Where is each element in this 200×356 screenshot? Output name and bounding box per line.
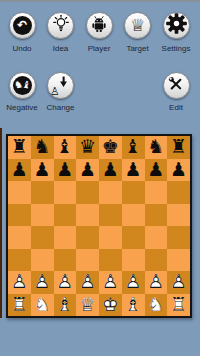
square-d7[interactable]: ♟ (76, 159, 99, 182)
piece-white-pawn: ♟♙ (76, 271, 99, 294)
square-c7[interactable]: ♟ (54, 159, 77, 182)
square-e2[interactable]: ♟♙ (99, 271, 122, 294)
undo-button[interactable]: ↶ (9, 12, 36, 39)
piece-white-knight: ♞♘ (31, 294, 54, 317)
square-c3[interactable] (54, 249, 77, 272)
square-e8[interactable]: ♚ (99, 136, 122, 159)
piece-white-queen: ♛♕ (76, 294, 99, 317)
piece-white-rook: ♜♖ (8, 294, 31, 317)
square-a4[interactable] (8, 226, 31, 249)
player-icon (90, 15, 108, 37)
change-icon: ♙ (50, 75, 71, 96)
piece-white-rook: ♜♖ (167, 294, 190, 317)
piece-black-king: ♚ (99, 136, 122, 159)
square-f3[interactable] (122, 249, 145, 272)
square-e5[interactable] (99, 204, 122, 227)
square-h3[interactable] (167, 249, 190, 272)
square-f5[interactable] (122, 204, 145, 227)
piece-black-pawn: ♟ (31, 159, 54, 182)
piece-black-pawn: ♟ (122, 159, 145, 182)
square-h4[interactable] (167, 226, 190, 249)
square-a5[interactable] (8, 204, 31, 227)
piece-black-bishop: ♝ (54, 136, 77, 159)
square-c1[interactable]: ♝♗ (54, 294, 77, 317)
piece-black-bishop: ♝ (122, 136, 145, 159)
settings-icon (165, 12, 188, 39)
square-g7[interactable]: ♟ (145, 159, 168, 182)
square-b1[interactable]: ♞♘ (31, 294, 54, 317)
settings-button[interactable] (163, 12, 190, 39)
piece-black-knight: ♞ (145, 136, 168, 159)
square-f2[interactable]: ♟♙ (122, 271, 145, 294)
piece-black-rook: ♜ (167, 136, 190, 159)
player-label: Player (88, 44, 111, 53)
square-e6[interactable] (99, 181, 122, 204)
square-c4[interactable] (54, 226, 77, 249)
piece-white-pawn: ♟♙ (167, 271, 190, 294)
undo-label: Undo (12, 44, 31, 53)
piece-white-bishop: ♝♗ (122, 294, 145, 317)
square-c8[interactable]: ♝ (54, 136, 77, 159)
idea-icon (51, 14, 71, 38)
chess-board-frame: ♜♞♝♛♚♝♞♜♟♟♟♟♟♟♟♟♟♙♟♙♟♙♟♙♟♙♟♙♟♙♟♙♜♖♞♘♝♗♛♕… (6, 134, 192, 318)
piece-white-king: ♚♔ (99, 294, 122, 317)
square-h1[interactable]: ♜♖ (167, 294, 190, 317)
square-d6[interactable] (76, 181, 99, 204)
piece-black-pawn: ♟ (8, 159, 31, 182)
negative-button[interactable]: ♞♝ (9, 72, 36, 99)
square-b4[interactable] (31, 226, 54, 249)
square-g6[interactable] (145, 181, 168, 204)
square-f8[interactable]: ♝ (122, 136, 145, 159)
square-b2[interactable]: ♟♙ (31, 271, 54, 294)
edit-button[interactable] (163, 72, 190, 99)
square-g1[interactable]: ♞♘ (145, 294, 168, 317)
square-c6[interactable] (54, 181, 77, 204)
settings-label: Settings (162, 44, 191, 53)
square-b6[interactable] (31, 181, 54, 204)
piece-white-pawn: ♟♙ (8, 271, 31, 294)
piece-white-bishop: ♝♗ (54, 294, 77, 317)
piece-white-pawn: ♟♙ (99, 271, 122, 294)
square-f1[interactable]: ♝♗ (122, 294, 145, 317)
negative-label: Negative (6, 103, 38, 112)
player-button[interactable] (86, 12, 113, 39)
square-d2[interactable]: ♟♙ (76, 271, 99, 294)
square-c5[interactable] (54, 204, 77, 227)
square-a7[interactable]: ♟ (8, 159, 31, 182)
idea-label: Idea (53, 44, 69, 53)
square-e7[interactable]: ♟ (99, 159, 122, 182)
square-h6[interactable] (167, 181, 190, 204)
square-a6[interactable] (8, 181, 31, 204)
square-a3[interactable] (8, 249, 31, 272)
piece-black-pawn: ♟ (99, 159, 122, 182)
square-a8[interactable]: ♜ (8, 136, 31, 159)
chess-board: ♜♞♝♛♚♝♞♜♟♟♟♟♟♟♟♟♟♙♟♙♟♙♟♙♟♙♟♙♟♙♟♙♜♖♞♘♝♗♛♕… (8, 136, 190, 316)
idea-button[interactable] (47, 12, 74, 39)
square-b5[interactable] (31, 204, 54, 227)
piece-black-pawn: ♟ (54, 159, 77, 182)
square-d8[interactable]: ♛ (76, 136, 99, 159)
edit-icon (167, 75, 185, 97)
change-button[interactable]: ♙ (47, 72, 74, 99)
piece-black-pawn: ♟ (145, 159, 168, 182)
square-e3[interactable] (99, 249, 122, 272)
piece-white-knight: ♞♘ (145, 294, 168, 317)
edit-label: Edit (169, 103, 183, 112)
target-label: Target (126, 44, 148, 53)
piece-black-pawn: ♟ (167, 159, 190, 182)
piece-white-pawn: ♟♙ (54, 271, 77, 294)
square-f7[interactable]: ♟ (122, 159, 145, 182)
piece-black-knight: ♞ (31, 136, 54, 159)
square-a1[interactable]: ♜♖ (8, 294, 31, 317)
square-h5[interactable] (167, 204, 190, 227)
left-edge-shadow (0, 128, 2, 318)
target-button[interactable]: ♕ (124, 12, 151, 39)
square-h8[interactable]: ♜ (167, 136, 190, 159)
piece-black-pawn: ♟ (76, 159, 99, 182)
app-screen: ↶ (0, 0, 200, 356)
square-d3[interactable] (76, 249, 99, 272)
square-c2[interactable]: ♟♙ (54, 271, 77, 294)
piece-white-pawn: ♟♙ (145, 271, 168, 294)
target-icon: ♕ (130, 17, 145, 34)
square-a2[interactable]: ♟♙ (8, 271, 31, 294)
piece-black-rook: ♜ (8, 136, 31, 159)
status-bar-edge (0, 0, 200, 2)
square-f6[interactable] (122, 181, 145, 204)
square-f4[interactable] (122, 226, 145, 249)
square-h7[interactable]: ♟ (167, 159, 190, 182)
square-g4[interactable] (145, 226, 168, 249)
square-h2[interactable]: ♟♙ (167, 271, 190, 294)
square-e1[interactable]: ♚♔ (99, 294, 122, 317)
square-g8[interactable]: ♞ (145, 136, 168, 159)
piece-white-pawn: ♟♙ (122, 271, 145, 294)
square-b3[interactable] (31, 249, 54, 272)
undo-icon: ↶ (13, 16, 32, 35)
change-label: Change (46, 103, 74, 112)
square-d5[interactable] (76, 204, 99, 227)
piece-black-queen: ♛ (76, 136, 99, 159)
square-g2[interactable]: ♟♙ (145, 271, 168, 294)
square-g3[interactable] (145, 249, 168, 272)
negative-icon: ♞♝ (13, 76, 32, 95)
square-d1[interactable]: ♛♕ (76, 294, 99, 317)
piece-white-pawn: ♟♙ (31, 271, 54, 294)
square-e4[interactable] (99, 226, 122, 249)
square-b7[interactable]: ♟ (31, 159, 54, 182)
square-d4[interactable] (76, 226, 99, 249)
square-b8[interactable]: ♞ (31, 136, 54, 159)
square-g5[interactable] (145, 204, 168, 227)
